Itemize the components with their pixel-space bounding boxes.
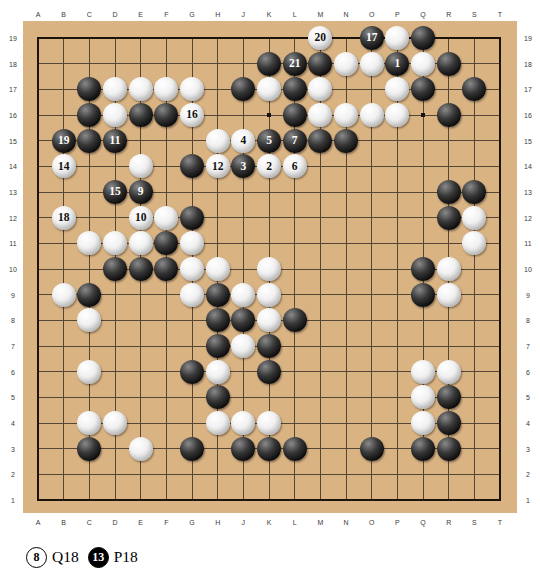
row-label-right-6: 6 — [526, 368, 530, 375]
col-label-top-Q: Q — [420, 11, 425, 18]
row-label-right-15: 15 — [524, 137, 532, 144]
row-label-right-18: 18 — [524, 60, 532, 67]
stone-D13-move-15[interactable]: 15 — [103, 180, 127, 204]
stone-Q4[interactable] — [411, 411, 435, 435]
stone-H9[interactable] — [206, 283, 230, 307]
caption-move-8-point: Q18 — [52, 548, 79, 566]
col-label-top-H: H — [215, 11, 220, 18]
move-number: 19 — [58, 135, 70, 147]
stone-G3[interactable] — [180, 437, 204, 461]
row-label-left-3: 3 — [11, 445, 15, 452]
stone-S12[interactable] — [462, 206, 486, 230]
caption-move-13-circle: 13 — [88, 547, 109, 568]
row-label-right-2: 2 — [526, 471, 530, 478]
col-label-bottom-O: O — [369, 519, 374, 526]
stone-K6[interactable] — [257, 360, 281, 384]
stone-O16[interactable] — [360, 103, 384, 127]
stone-J15-move-4[interactable]: 4 — [231, 129, 255, 153]
stone-G9[interactable] — [180, 283, 204, 307]
row-label-right-12: 12 — [524, 214, 532, 221]
col-label-top-A: A — [36, 11, 41, 18]
row-label-left-6: 6 — [11, 368, 15, 375]
col-label-bottom-L: L — [293, 519, 297, 526]
stone-H15[interactable] — [206, 129, 230, 153]
col-label-bottom-J: J — [242, 519, 246, 526]
row-label-left-4: 4 — [11, 420, 15, 427]
stone-K15-move-5[interactable]: 5 — [257, 129, 281, 153]
stone-R12[interactable] — [437, 206, 461, 230]
col-label-top-B: B — [61, 11, 66, 18]
row-label-left-14: 14 — [9, 163, 17, 170]
stone-O19-move-17[interactable]: 17 — [360, 26, 384, 50]
col-label-bottom-N: N — [343, 519, 348, 526]
move-number: 18 — [58, 212, 70, 224]
move-number: 20 — [315, 32, 327, 44]
stone-N16[interactable] — [334, 103, 358, 127]
row-label-right-16: 16 — [524, 112, 532, 119]
go-kifu-page: 201721116191145714123261591810 8Q1813P18… — [0, 0, 540, 577]
stone-Q18[interactable] — [411, 52, 435, 76]
move-number: 3 — [240, 161, 246, 173]
stone-H14-move-12[interactable]: 12 — [206, 154, 230, 178]
stone-N15[interactable] — [334, 129, 358, 153]
stone-B14-move-14[interactable]: 14 — [52, 154, 76, 178]
col-label-top-L: L — [293, 11, 297, 18]
stone-R10[interactable] — [437, 257, 461, 281]
stone-K7[interactable] — [257, 334, 281, 358]
row-label-right-13: 13 — [524, 189, 532, 196]
row-label-left-17: 17 — [9, 86, 17, 93]
stone-J9[interactable] — [231, 283, 255, 307]
col-label-bottom-K: K — [267, 519, 272, 526]
stone-E11[interactable] — [129, 231, 153, 255]
stone-Q6[interactable] — [411, 360, 435, 384]
stone-L18-move-21[interactable]: 21 — [283, 52, 307, 76]
row-label-right-9: 9 — [526, 291, 530, 298]
col-label-bottom-Q: Q — [420, 519, 425, 526]
stone-C9[interactable] — [77, 283, 101, 307]
row-label-left-15: 15 — [9, 137, 17, 144]
col-label-top-O: O — [369, 11, 374, 18]
col-label-bottom-D: D — [112, 519, 117, 526]
row-label-right-14: 14 — [524, 163, 532, 170]
stone-K9[interactable] — [257, 283, 281, 307]
stone-H6[interactable] — [206, 360, 230, 384]
stone-R16[interactable] — [437, 103, 461, 127]
move-number: 15 — [109, 186, 121, 198]
col-label-top-S: S — [472, 11, 477, 18]
col-label-top-K: K — [267, 11, 272, 18]
col-label-bottom-M: M — [317, 519, 323, 526]
row-label-right-19: 19 — [524, 35, 532, 42]
row-label-right-11: 11 — [524, 240, 531, 247]
col-label-top-F: F — [164, 11, 168, 18]
stone-L15-move-7[interactable]: 7 — [283, 129, 307, 153]
stone-E16[interactable] — [129, 103, 153, 127]
move-number: 7 — [292, 135, 298, 147]
caption-move-8-circle: 8 — [26, 547, 47, 568]
stone-H7[interactable] — [206, 334, 230, 358]
col-label-bottom-T: T — [498, 519, 502, 526]
stone-E3[interactable] — [129, 437, 153, 461]
stone-R13[interactable] — [437, 180, 461, 204]
move-number: 21 — [289, 58, 301, 70]
stone-D16[interactable] — [103, 103, 127, 127]
stone-E14[interactable] — [129, 154, 153, 178]
col-label-top-G: G — [189, 11, 194, 18]
stone-D15-move-11[interactable]: 11 — [103, 129, 127, 153]
stone-M18[interactable] — [308, 52, 332, 76]
col-label-top-R: R — [446, 11, 451, 18]
move-number: 5 — [266, 135, 272, 147]
stone-J3[interactable] — [231, 437, 255, 461]
go-board[interactable]: 201721116191145714123261591810 — [23, 21, 517, 513]
move-number: 1 — [394, 58, 400, 70]
stone-B12-move-18[interactable]: 18 — [52, 206, 76, 230]
stone-H8[interactable] — [206, 308, 230, 332]
stone-G16-move-16[interactable]: 16 — [180, 103, 204, 127]
stone-L8[interactable] — [283, 308, 307, 332]
stone-R4[interactable] — [437, 411, 461, 435]
stone-O18[interactable] — [360, 52, 384, 76]
col-label-bottom-B: B — [61, 519, 66, 526]
row-label-left-11: 11 — [9, 240, 16, 247]
stone-G6[interactable] — [180, 360, 204, 384]
stone-F12[interactable] — [154, 206, 178, 230]
stone-R9[interactable] — [437, 283, 461, 307]
col-label-bottom-A: A — [36, 519, 41, 526]
col-label-bottom-E: E — [138, 519, 143, 526]
col-label-bottom-H: H — [215, 519, 220, 526]
stone-D4[interactable] — [103, 411, 127, 435]
col-label-top-T: T — [498, 11, 502, 18]
stone-R6[interactable] — [437, 360, 461, 384]
stone-G10[interactable] — [180, 257, 204, 281]
stone-C6[interactable] — [77, 360, 101, 384]
row-label-right-7: 7 — [526, 343, 530, 350]
stone-E17[interactable] — [129, 77, 153, 101]
row-label-right-17: 17 — [524, 86, 532, 93]
stone-C3[interactable] — [77, 437, 101, 461]
row-label-left-5: 5 — [11, 394, 15, 401]
stone-H4[interactable] — [206, 411, 230, 435]
col-label-top-J: J — [242, 11, 246, 18]
col-label-bottom-C: C — [87, 519, 92, 526]
move-number: 12 — [212, 161, 224, 173]
col-label-bottom-F: F — [164, 519, 168, 526]
stone-K10[interactable] — [257, 257, 281, 281]
stone-K18[interactable] — [257, 52, 281, 76]
row-label-left-2: 2 — [11, 471, 15, 478]
caption-move-13-point: P18 — [114, 548, 138, 566]
move-number: 9 — [138, 186, 144, 198]
row-label-left-8: 8 — [11, 317, 15, 324]
row-label-left-13: 13 — [9, 189, 17, 196]
stone-M15[interactable] — [308, 129, 332, 153]
stone-K4[interactable] — [257, 411, 281, 435]
stone-Q9[interactable] — [411, 283, 435, 307]
col-label-top-N: N — [343, 11, 348, 18]
move-caption: 8Q1813P18 — [26, 545, 147, 569]
stone-O3[interactable] — [360, 437, 384, 461]
stone-Q19[interactable] — [411, 26, 435, 50]
stone-B15-move-19[interactable]: 19 — [52, 129, 76, 153]
col-label-top-E: E — [138, 11, 143, 18]
stone-E13-move-9[interactable]: 9 — [129, 180, 153, 204]
stone-L16[interactable] — [283, 103, 307, 127]
row-label-right-8: 8 — [526, 317, 530, 324]
stone-L17[interactable] — [283, 77, 307, 101]
row-label-right-3: 3 — [526, 445, 530, 452]
stone-R3[interactable] — [437, 437, 461, 461]
row-label-left-1: 1 — [11, 497, 15, 504]
move-number: 16 — [186, 109, 198, 121]
stone-Q10[interactable] — [411, 257, 435, 281]
move-number: 6 — [292, 161, 298, 173]
col-label-bottom-R: R — [446, 519, 451, 526]
move-number: 17 — [366, 32, 378, 44]
row-label-left-7: 7 — [11, 343, 15, 350]
move-number: 14 — [58, 161, 70, 173]
col-label-top-D: D — [112, 11, 117, 18]
col-label-top-M: M — [317, 11, 323, 18]
stone-B9[interactable] — [52, 283, 76, 307]
row-label-right-10: 10 — [524, 266, 532, 273]
row-label-left-18: 18 — [9, 60, 17, 67]
stone-N18[interactable] — [334, 52, 358, 76]
stone-C15[interactable] — [77, 129, 101, 153]
stone-P18-move-1[interactable]: 1 — [385, 52, 409, 76]
stone-H5[interactable] — [206, 385, 230, 409]
stone-E10[interactable] — [129, 257, 153, 281]
move-number: 10 — [135, 212, 147, 224]
stone-R5[interactable] — [437, 385, 461, 409]
col-label-top-C: C — [87, 11, 92, 18]
col-label-bottom-S: S — [472, 519, 477, 526]
col-label-bottom-P: P — [395, 519, 400, 526]
row-label-left-19: 19 — [9, 35, 17, 42]
row-label-left-12: 12 — [9, 214, 17, 221]
stone-H10[interactable] — [206, 257, 230, 281]
row-label-right-1: 1 — [526, 497, 530, 504]
stone-K3[interactable] — [257, 437, 281, 461]
col-label-top-P: P — [395, 11, 400, 18]
row-label-left-9: 9 — [11, 291, 15, 298]
stone-D10[interactable] — [103, 257, 127, 281]
row-label-right-4: 4 — [526, 420, 530, 427]
stone-L3[interactable] — [283, 437, 307, 461]
stone-Q3[interactable] — [411, 437, 435, 461]
row-label-left-10: 10 — [9, 266, 17, 273]
move-number: 2 — [266, 161, 272, 173]
row-label-right-5: 5 — [526, 394, 530, 401]
move-number: 4 — [240, 135, 246, 147]
col-label-bottom-G: G — [189, 519, 194, 526]
stone-L14-move-6[interactable]: 6 — [283, 154, 307, 178]
stone-G12[interactable] — [180, 206, 204, 230]
move-number: 11 — [110, 135, 121, 147]
row-label-left-16: 16 — [9, 112, 17, 119]
stone-E12-move-10[interactable]: 10 — [129, 206, 153, 230]
stone-R18[interactable] — [437, 52, 461, 76]
